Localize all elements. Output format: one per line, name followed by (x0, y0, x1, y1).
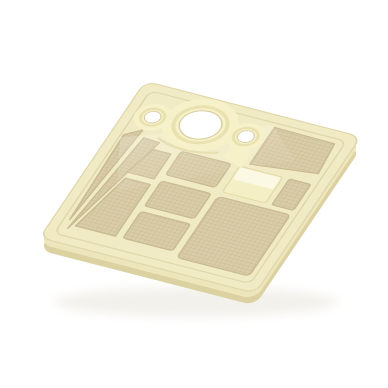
filter-body (33, 81, 368, 305)
air-filter-illustration: Cream colored square plastic air filter … (0, 0, 388, 388)
cast-shadow (54, 287, 338, 317)
product-photo: Cream colored square plastic air filter … (0, 0, 388, 388)
